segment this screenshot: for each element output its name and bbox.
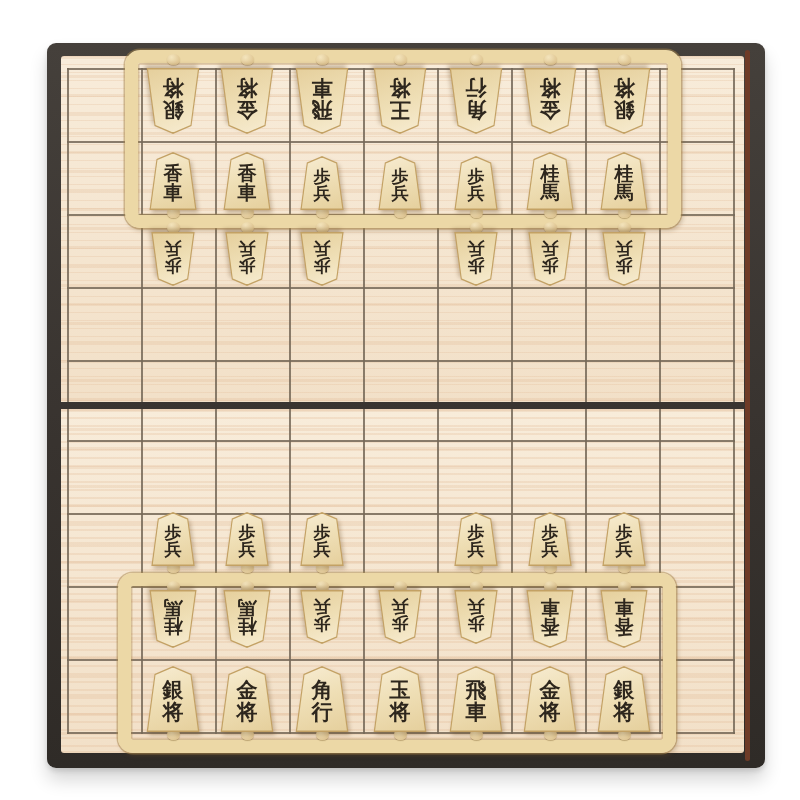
piece-kanji: 歩 — [165, 257, 182, 274]
piece-kanji: 将 — [237, 702, 258, 723]
shogi-piece-lance[interactable]: 香車 — [599, 590, 649, 648]
sprue-peg — [394, 54, 407, 65]
grid-line — [733, 68, 735, 402]
piece-kanji: 兵 — [314, 541, 331, 558]
shogi-piece-pawn[interactable]: 歩兵 — [377, 156, 423, 210]
piece-kanji: 車 — [615, 597, 634, 616]
shogi-piece-knight[interactable]: 桂馬 — [148, 590, 198, 648]
shogi-piece-pawn[interactable]: 歩兵 — [453, 590, 499, 644]
shogi-piece-knight[interactable]: 桂馬 — [222, 590, 272, 648]
grid-line — [67, 440, 735, 442]
piece-kanji: 金 — [540, 98, 561, 119]
piece-kanji: 将 — [540, 77, 561, 98]
shogi-piece-pawn[interactable]: 歩兵 — [299, 156, 345, 210]
piece-kanji: 王 — [390, 98, 411, 119]
piece-kanji: 車 — [312, 77, 333, 98]
piece-kanji: 馬 — [541, 183, 560, 202]
board-edge-red-line — [745, 50, 750, 761]
shogi-piece-gold[interactable]: 金将 — [219, 666, 275, 732]
piece-kanji: 香 — [541, 617, 560, 636]
piece-kanji: 桂 — [164, 617, 183, 636]
shogi-piece-gold[interactable]: 金将 — [522, 68, 578, 134]
piece-kanji: 車 — [466, 702, 487, 723]
shogi-piece-pawn[interactable]: 歩兵 — [299, 512, 345, 566]
sprue-peg — [316, 54, 329, 65]
piece-kanji: 飛 — [466, 680, 487, 701]
piece-kanji: 兵 — [239, 541, 256, 558]
shogi-piece-silver[interactable]: 銀将 — [596, 68, 652, 134]
piece-kanji: 兵 — [542, 240, 559, 257]
shogi-piece-bishop[interactable]: 角行 — [294, 666, 350, 732]
piece-kanji: 将 — [237, 77, 258, 98]
shogi-piece-gold[interactable]: 金将 — [219, 68, 275, 134]
piece-kanji: 将 — [163, 77, 184, 98]
shogi-piece-pawn[interactable]: 歩兵 — [527, 232, 573, 286]
shogi-piece-knight[interactable]: 桂馬 — [525, 152, 575, 210]
piece-kanji: 行 — [466, 77, 487, 98]
shogi-piece-pawn[interactable]: 歩兵 — [377, 590, 423, 644]
piece-kanji: 角 — [312, 680, 333, 701]
shogi-piece-pawn[interactable]: 歩兵 — [453, 512, 499, 566]
shogi-piece-pawn[interactable]: 歩兵 — [453, 232, 499, 286]
sprue-peg — [544, 54, 557, 65]
shogi-piece-king-gyokusho[interactable]: 玉将 — [372, 666, 428, 732]
piece-kanji: 兵 — [468, 185, 485, 202]
piece-kanji: 歩 — [468, 257, 485, 274]
piece-kanji: 馬 — [615, 183, 634, 202]
piece-kanji: 金 — [237, 98, 258, 119]
shogi-piece-silver[interactable]: 銀将 — [145, 68, 201, 134]
piece-kanji: 歩 — [314, 257, 331, 274]
sprue-peg — [618, 54, 631, 65]
piece-kanji: 歩 — [542, 257, 559, 274]
piece-kanji: 玉 — [390, 680, 411, 701]
shogi-piece-rook[interactable]: 飛車 — [294, 68, 350, 134]
piece-kanji: 兵 — [239, 240, 256, 257]
piece-kanji: 金 — [237, 680, 258, 701]
shogi-piece-knight[interactable]: 桂馬 — [599, 152, 649, 210]
piece-kanji: 飛 — [312, 98, 333, 119]
shogi-piece-pawn[interactable]: 歩兵 — [224, 512, 270, 566]
shogi-piece-pawn[interactable]: 歩兵 — [299, 232, 345, 286]
piece-kanji: 歩 — [314, 615, 331, 632]
piece-kanji: 車 — [164, 183, 183, 202]
piece-kanji: 角 — [466, 98, 487, 119]
piece-kanji: 兵 — [392, 598, 409, 615]
piece-kanji: 歩 — [239, 257, 256, 274]
piece-kanji: 馬 — [238, 597, 257, 616]
piece-kanji: 兵 — [542, 541, 559, 558]
piece-kanji: 歩 — [616, 257, 633, 274]
piece-kanji: 銀 — [614, 98, 635, 119]
shogi-piece-pawn[interactable]: 歩兵 — [299, 590, 345, 644]
grid-line — [733, 409, 735, 734]
shogi-piece-bishop[interactable]: 角行 — [448, 68, 504, 134]
piece-kanji: 車 — [541, 597, 560, 616]
shogi-piece-pawn[interactable]: 歩兵 — [527, 512, 573, 566]
shogi-piece-pawn[interactable]: 歩兵 — [453, 156, 499, 210]
piece-kanji: 兵 — [616, 240, 633, 257]
piece-kanji: 兵 — [468, 541, 485, 558]
sprue-peg — [470, 54, 483, 65]
sprue-peg — [241, 54, 254, 65]
shogi-piece-pawn[interactable]: 歩兵 — [224, 232, 270, 286]
shogi-piece-lance[interactable]: 香車 — [222, 152, 272, 210]
shogi-piece-silver[interactable]: 銀将 — [145, 666, 201, 732]
piece-kanji: 車 — [238, 183, 257, 202]
piece-kanji: 兵 — [314, 240, 331, 257]
piece-kanji: 桂 — [238, 617, 257, 636]
piece-kanji: 将 — [163, 702, 184, 723]
piece-kanji: 銀 — [163, 680, 184, 701]
piece-kanji: 兵 — [468, 240, 485, 257]
grid-line — [67, 360, 735, 362]
shogi-piece-king-osho[interactable]: 王将 — [372, 68, 428, 134]
piece-kanji: 兵 — [616, 541, 633, 558]
piece-kanji: 兵 — [468, 598, 485, 615]
shogi-piece-silver[interactable]: 銀将 — [596, 666, 652, 732]
piece-kanji: 将 — [390, 77, 411, 98]
shogi-piece-lance[interactable]: 香車 — [148, 152, 198, 210]
piece-kanji: 将 — [540, 702, 561, 723]
shogi-piece-pawn[interactable]: 歩兵 — [150, 232, 196, 286]
piece-kanji: 将 — [390, 702, 411, 723]
piece-kanji: 兵 — [165, 541, 182, 558]
piece-kanji: 銀 — [163, 98, 184, 119]
piece-kanji: 兵 — [314, 185, 331, 202]
piece-kanji: 行 — [312, 702, 333, 723]
grid-line — [67, 409, 69, 734]
product-photo-stage: 銀将金将飛車王将角行金将銀将香車香車歩兵歩兵歩兵桂馬桂馬歩兵歩兵歩兵歩兵歩兵歩兵… — [0, 0, 800, 800]
shogi-piece-lance[interactable]: 香車 — [525, 590, 575, 648]
piece-kanji: 銀 — [614, 680, 635, 701]
shogi-piece-pawn[interactable]: 歩兵 — [601, 512, 647, 566]
piece-kanji: 兵 — [165, 240, 182, 257]
sprue-peg — [167, 54, 180, 65]
shogi-piece-pawn[interactable]: 歩兵 — [150, 512, 196, 566]
piece-kanji: 香 — [615, 617, 634, 636]
piece-kanji: 兵 — [392, 185, 409, 202]
grid-line — [67, 287, 735, 289]
shogi-piece-rook[interactable]: 飛車 — [448, 666, 504, 732]
piece-kanji: 馬 — [164, 597, 183, 616]
piece-kanji: 将 — [614, 702, 635, 723]
piece-kanji: 歩 — [392, 615, 409, 632]
piece-kanji: 歩 — [468, 615, 485, 632]
piece-kanji: 将 — [614, 77, 635, 98]
piece-kanji: 金 — [540, 680, 561, 701]
piece-kanji: 兵 — [314, 598, 331, 615]
grid-line — [67, 68, 69, 402]
shogi-piece-pawn[interactable]: 歩兵 — [601, 232, 647, 286]
shogi-piece-gold[interactable]: 金将 — [522, 666, 578, 732]
